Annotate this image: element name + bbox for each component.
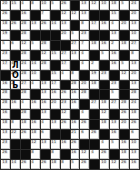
starter-letter: Л bbox=[11, 62, 20, 69]
cell-code-number: 19 bbox=[2, 31, 7, 35]
cell-code-number: 5 bbox=[71, 31, 74, 35]
white-cell-r10c1[interactable]: 16 bbox=[11, 100, 20, 109]
white-cell-r8c3[interactable]: 4 bbox=[31, 81, 40, 90]
cell-code-number: 13 bbox=[31, 21, 36, 25]
white-cell-r4c7[interactable]: 27 bbox=[71, 41, 80, 50]
white-cell-r5c10[interactable]: 5 bbox=[100, 51, 109, 60]
cell-code-number: 16 bbox=[71, 120, 76, 124]
cell-code-number: 28 bbox=[121, 100, 126, 104]
white-cell-r6c8[interactable]: 4 bbox=[80, 61, 89, 70]
cell-code-number: 10 bbox=[31, 71, 36, 75]
black-cell bbox=[120, 51, 129, 60]
white-cell-r6c3[interactable]: 14 bbox=[31, 61, 40, 70]
white-cell-r10c3[interactable]: 16 bbox=[31, 100, 40, 109]
black-cell bbox=[80, 100, 89, 109]
white-cell-r2c10[interactable]: 16 bbox=[100, 21, 109, 30]
black-cell bbox=[51, 31, 60, 40]
white-cell-r12c6[interactable]: 26 bbox=[61, 120, 70, 129]
black-cell bbox=[31, 110, 40, 119]
white-cell-r0c9[interactable]: 12 bbox=[90, 1, 99, 10]
white-cell-r0c5[interactable]: 5 bbox=[51, 1, 60, 10]
white-cell-r2c0[interactable]: 18 bbox=[1, 21, 10, 30]
white-cell-r2c6[interactable]: 13 bbox=[61, 21, 70, 30]
white-cell-r13c3[interactable]: 18 bbox=[31, 130, 40, 139]
cell-code-number: 16 bbox=[111, 61, 116, 65]
black-cell bbox=[61, 150, 70, 159]
cell-code-number: 8 bbox=[61, 160, 64, 164]
cell-code-number: 17 bbox=[61, 61, 66, 65]
cell-code-number: 28 bbox=[71, 81, 76, 85]
white-cell-r2c2[interactable]: 28 bbox=[21, 21, 30, 30]
white-cell-r9c6[interactable]: 26 bbox=[61, 90, 70, 99]
white-cell-r7c7[interactable]: 8 bbox=[71, 71, 80, 80]
cell-code-number: 16 bbox=[71, 150, 76, 154]
white-cell-r16c2[interactable]: 26 bbox=[21, 160, 30, 169]
white-cell-r15c0[interactable]: 26 bbox=[1, 150, 10, 159]
cell-code-number: 5 bbox=[111, 140, 114, 144]
cell-code-number: 16 bbox=[51, 90, 56, 94]
white-cell-r11c13[interactable]: 18 bbox=[130, 110, 139, 119]
cell-code-number: 16 bbox=[21, 11, 26, 15]
white-cell-r15c12[interactable]: 18 bbox=[120, 150, 129, 159]
cell-code-number: 8 bbox=[31, 1, 34, 5]
cell-code-number: 12 bbox=[71, 11, 76, 15]
white-cell-r11c6[interactable]: 12 bbox=[61, 110, 70, 119]
white-cell-r15c5[interactable]: 8 bbox=[51, 150, 60, 159]
white-cell-r13c0[interactable]: 13 bbox=[1, 130, 10, 139]
white-cell-r12c1[interactable]: 8 bbox=[11, 120, 20, 129]
white-cell-r5c2[interactable]: 28 bbox=[21, 51, 30, 60]
white-cell-r14c6[interactable]: 16 bbox=[61, 140, 70, 149]
white-cell-r8c7[interactable]: 28 bbox=[71, 81, 80, 90]
black-cell bbox=[1, 71, 10, 80]
white-cell-r14c3[interactable]: 12 bbox=[31, 140, 40, 149]
white-cell-r2c4[interactable]: 26 bbox=[41, 21, 50, 30]
cell-code-number: 28 bbox=[131, 90, 136, 94]
white-cell-r13c1[interactable]: 22 bbox=[11, 130, 20, 139]
white-cell-r2c11[interactable]: 4 bbox=[110, 21, 119, 30]
white-cell-r10c9[interactable]: 27 bbox=[90, 100, 99, 109]
white-cell-r9c0[interactable]: 28 bbox=[1, 90, 10, 99]
cell-code-number: 28 bbox=[21, 21, 26, 25]
white-cell-r9c7[interactable]: 16 bbox=[71, 90, 80, 99]
cell-code-number: 26 bbox=[21, 160, 26, 164]
white-cell-r11c10[interactable]: 12 bbox=[100, 110, 109, 119]
white-cell-r3c8[interactable]: 23 bbox=[80, 31, 89, 40]
black-cell bbox=[100, 11, 109, 20]
white-cell-r0c2[interactable]: 4 bbox=[21, 1, 30, 10]
white-cell-r6c9[interactable]: 2 bbox=[90, 61, 99, 70]
white-cell-r16c5[interactable]: 18 bbox=[51, 160, 60, 169]
white-cell-r16c0[interactable]: 13 bbox=[1, 160, 10, 169]
white-cell-r16c1[interactable]: 14 bbox=[11, 160, 20, 169]
white-cell-r6c1[interactable]: 4Л bbox=[11, 61, 20, 70]
white-cell-r2c8[interactable]: 8 bbox=[80, 21, 89, 30]
white-cell-r1c7[interactable]: 12 bbox=[71, 11, 80, 20]
white-cell-r1c2[interactable]: 16 bbox=[21, 11, 30, 20]
cell-code-number: 18 bbox=[111, 1, 116, 5]
cell-code-number: 20 bbox=[81, 81, 86, 85]
cell-code-number: 13 bbox=[51, 120, 56, 124]
white-cell-r11c12[interactable]: 26 bbox=[120, 110, 129, 119]
black-cell bbox=[31, 51, 40, 60]
codeword-grid: 2015481052613121018524261671212131520182… bbox=[0, 0, 140, 170]
white-cell-r14c0[interactable]: 23 bbox=[1, 140, 10, 149]
white-cell-r6c4[interactable]: 28 bbox=[41, 61, 50, 70]
white-cell-r8c5[interactable]: 17 bbox=[51, 81, 60, 90]
cell-code-number: 4 bbox=[91, 150, 94, 154]
white-cell-r6c2[interactable]: 24 bbox=[21, 61, 30, 70]
white-cell-r14c5[interactable]: 11 bbox=[51, 140, 60, 149]
cell-code-number: 8 bbox=[51, 150, 54, 154]
cell-code-number: 17 bbox=[51, 81, 56, 85]
white-cell-r10c0[interactable]: 28 bbox=[1, 100, 10, 109]
white-cell-r12c3[interactable]: 16 bbox=[31, 120, 40, 129]
white-cell-r14c7[interactable]: 26 bbox=[71, 140, 80, 149]
white-cell-r2c9[interactable]: 17 bbox=[90, 21, 99, 30]
white-cell-r16c4[interactable]: 26 bbox=[41, 160, 50, 169]
white-cell-r6c6[interactable]: 17 bbox=[61, 61, 70, 70]
black-cell bbox=[31, 11, 40, 20]
cell-code-number: 8 bbox=[71, 71, 74, 75]
black-cell bbox=[51, 130, 60, 139]
cell-code-number: 8 bbox=[81, 21, 84, 25]
white-cell-r3c7[interactable]: 5 bbox=[71, 31, 80, 40]
black-cell bbox=[51, 61, 60, 70]
white-cell-r16c13[interactable]: 16 bbox=[130, 160, 139, 169]
white-cell-r8c9[interactable]: 18 bbox=[90, 81, 99, 90]
cell-code-number: 22 bbox=[11, 130, 16, 134]
cell-code-number: 14 bbox=[51, 21, 56, 25]
white-cell-r6c0[interactable]: 17 bbox=[1, 61, 10, 70]
white-cell-r13c13[interactable]: 6 bbox=[130, 130, 139, 139]
white-cell-r14c12[interactable]: 16 bbox=[120, 140, 129, 149]
cell-code-number: 7 bbox=[41, 11, 44, 15]
black-cell bbox=[11, 51, 20, 60]
white-cell-r10c6[interactable]: 23 bbox=[61, 100, 70, 109]
white-cell-r1c11[interactable]: 15 bbox=[110, 11, 119, 20]
white-cell-r9c8[interactable]: 28 bbox=[80, 90, 89, 99]
cell-code-number: 27 bbox=[111, 100, 116, 104]
white-cell-r1c6[interactable]: 12 bbox=[61, 11, 70, 20]
white-cell-r8c4[interactable]: 13 bbox=[41, 81, 50, 90]
white-cell-r11c2[interactable]: 28 bbox=[21, 110, 30, 119]
white-cell-r7c1[interactable]: 24О bbox=[11, 71, 20, 80]
white-cell-r5c8[interactable]: 4 bbox=[80, 51, 89, 60]
black-cell bbox=[80, 140, 89, 149]
white-cell-r11c4[interactable]: 13 bbox=[41, 110, 50, 119]
cell-code-number: 4 bbox=[61, 71, 64, 75]
cell-code-number: 15 bbox=[111, 11, 116, 15]
cell-code-number: 13 bbox=[2, 160, 7, 164]
cell-code-number: 13 bbox=[2, 130, 7, 134]
white-cell-r12c5[interactable]: 13 bbox=[51, 120, 60, 129]
white-cell-r9c11[interactable]: 5 bbox=[110, 90, 119, 99]
white-cell-r12c4[interactable]: 4 bbox=[41, 120, 50, 129]
cell-code-number: 23 bbox=[101, 71, 106, 75]
white-cell-r7c5[interactable]: 15 bbox=[51, 71, 60, 80]
cell-code-number: 16 bbox=[11, 100, 16, 104]
white-cell-r12c10[interactable]: 18 bbox=[100, 120, 109, 129]
white-cell-r7c2[interactable]: 28 bbox=[21, 71, 30, 80]
white-cell-r1c13[interactable]: 20 bbox=[130, 11, 139, 20]
white-cell-r12c8[interactable]: 26 bbox=[80, 120, 89, 129]
white-cell-r16c6[interactable]: 8 bbox=[61, 160, 70, 169]
cell-code-number: 13 bbox=[131, 61, 136, 65]
cell-code-number: 13 bbox=[71, 51, 76, 55]
white-cell-r7c3[interactable]: 10 bbox=[31, 71, 40, 80]
white-cell-r14c13[interactable]: 10 bbox=[130, 140, 139, 149]
white-cell-r4c1[interactable]: 6 bbox=[11, 41, 20, 50]
cell-code-number: 26 bbox=[41, 21, 46, 25]
white-cell-r10c5[interactable]: 20 bbox=[51, 100, 60, 109]
white-cell-r6c11[interactable]: 16 bbox=[110, 61, 119, 70]
cell-code-number: 23 bbox=[81, 31, 86, 35]
cell-code-number: 26 bbox=[91, 130, 96, 134]
cell-code-number: 16 bbox=[101, 41, 106, 45]
white-cell-r15c8[interactable]: 12 bbox=[80, 150, 89, 159]
white-cell-r12c2[interactable]: 18 bbox=[21, 120, 30, 129]
cell-code-number: 2 bbox=[111, 41, 114, 45]
white-cell-r10c13[interactable]: 24 bbox=[130, 100, 139, 109]
cell-code-number: 16 bbox=[2, 81, 7, 85]
white-cell-r6c12[interactable]: 5 bbox=[120, 61, 129, 70]
cell-code-number: 5 bbox=[2, 41, 5, 45]
white-cell-r8c1[interactable]: 2Ь bbox=[11, 81, 20, 90]
cell-code-number: 16 bbox=[131, 160, 136, 164]
cell-code-number: 26 bbox=[81, 120, 86, 124]
white-cell-r13c2[interactable]: 26 bbox=[21, 130, 30, 139]
black-cell bbox=[41, 31, 50, 40]
white-cell-r15c10[interactable]: 26 bbox=[100, 150, 109, 159]
cell-code-number: 20 bbox=[51, 100, 56, 104]
white-cell-r13c9[interactable]: 26 bbox=[90, 130, 99, 139]
white-cell-r10c10[interactable]: 18 bbox=[100, 100, 109, 109]
white-cell-r7c6[interactable]: 4 bbox=[61, 71, 70, 80]
white-cell-r4c10[interactable]: 16 bbox=[100, 41, 109, 50]
white-cell-r9c2[interactable]: 28 bbox=[21, 90, 30, 99]
black-cell bbox=[110, 71, 119, 80]
white-cell-r5c13[interactable]: 8 bbox=[130, 51, 139, 60]
cell-code-number: 12 bbox=[81, 150, 86, 154]
white-cell-r12c7[interactable]: 16 bbox=[71, 120, 80, 129]
white-cell-r0c11[interactable]: 18 bbox=[110, 1, 119, 10]
cell-code-number: 15 bbox=[51, 51, 56, 55]
black-cell bbox=[100, 31, 109, 40]
white-cell-r4c9[interactable]: 18 bbox=[90, 41, 99, 50]
cell-code-number: 4 bbox=[31, 160, 34, 164]
black-cell bbox=[21, 140, 30, 149]
white-cell-r10c7[interactable]: 16 bbox=[71, 100, 80, 109]
white-cell-r5c11[interactable]: 16 bbox=[110, 51, 119, 60]
white-cell-r10c12[interactable]: 28 bbox=[120, 100, 129, 109]
white-cell-r0c0[interactable]: 20 bbox=[1, 1, 10, 10]
white-cell-r15c7[interactable]: 16 bbox=[71, 150, 80, 159]
cell-code-number: 16 bbox=[61, 140, 66, 144]
white-cell-r8c13[interactable]: 13 bbox=[130, 81, 139, 90]
white-cell-r7c9[interactable]: 19 bbox=[90, 71, 99, 80]
cell-code-number: 5 bbox=[51, 1, 54, 5]
cell-code-number: 8 bbox=[11, 120, 14, 124]
white-cell-r15c13[interactable]: 13 bbox=[130, 150, 139, 159]
white-cell-r4c3[interactable]: 5 bbox=[31, 41, 40, 50]
white-cell-r10c4[interactable]: 16 bbox=[41, 100, 50, 109]
white-cell-r2c5[interactable]: 14 bbox=[51, 21, 60, 30]
white-cell-r5c7[interactable]: 13 bbox=[71, 51, 80, 60]
white-cell-r5c6[interactable]: 27 bbox=[61, 51, 70, 60]
black-cell bbox=[100, 90, 109, 99]
white-cell-r3c13[interactable]: 10 bbox=[130, 31, 139, 40]
white-cell-r4c4[interactable]: 28 bbox=[41, 41, 50, 50]
cell-code-number: 18 bbox=[121, 150, 126, 154]
white-cell-r2c12[interactable]: 20 bbox=[120, 21, 129, 30]
black-cell bbox=[11, 90, 20, 99]
white-cell-r4c11[interactable]: 2 bbox=[110, 41, 119, 50]
cell-code-number: 28 bbox=[21, 90, 26, 94]
white-cell-r16c3[interactable]: 4 bbox=[31, 160, 40, 169]
white-cell-r13c8[interactable]: 6 bbox=[80, 130, 89, 139]
white-cell-r5c4[interactable]: 12 bbox=[41, 51, 50, 60]
white-cell-r4c12[interactable]: 18 bbox=[120, 41, 129, 50]
cell-code-number: 26 bbox=[41, 160, 46, 164]
cell-code-number: 12 bbox=[31, 140, 36, 144]
white-cell-r13c11[interactable]: 16 bbox=[110, 130, 119, 139]
white-cell-r4c2[interactable]: 12 bbox=[21, 41, 30, 50]
white-cell-r15c3[interactable]: 8 bbox=[31, 150, 40, 159]
white-cell-r3c11[interactable]: 13 bbox=[110, 31, 119, 40]
white-cell-r13c7[interactable]: 21 bbox=[71, 130, 80, 139]
white-cell-r8c2[interactable]: 27 bbox=[21, 81, 30, 90]
white-cell-r12c11[interactable]: 13 bbox=[110, 120, 119, 129]
black-cell bbox=[120, 31, 129, 40]
black-cell bbox=[11, 150, 20, 159]
cell-code-number: 18 bbox=[91, 41, 96, 45]
cell-code-number: 13 bbox=[61, 21, 66, 25]
cell-code-number: 10 bbox=[131, 31, 136, 35]
white-cell-r0c13[interactable]: 24 bbox=[130, 1, 139, 10]
white-cell-r1c4[interactable]: 7 bbox=[41, 11, 50, 20]
white-cell-r6c13[interactable]: 13 bbox=[130, 61, 139, 70]
white-cell-r0c6[interactable]: 26 bbox=[61, 1, 70, 10]
cell-code-number: 10 bbox=[101, 1, 106, 5]
white-cell-r16c7[interactable]: 5 bbox=[71, 160, 80, 169]
white-cell-r12c13[interactable]: 26 bbox=[130, 120, 139, 129]
black-cell bbox=[90, 160, 99, 169]
cell-code-number: 28 bbox=[21, 31, 26, 35]
cell-code-number: 28 bbox=[21, 51, 26, 55]
white-cell-r7c12[interactable]: 12 bbox=[120, 71, 129, 80]
white-cell-r3c0[interactable]: 19 bbox=[1, 31, 10, 40]
cell-code-number: 4 bbox=[81, 51, 84, 55]
cell-code-number: 28 bbox=[41, 61, 46, 65]
cell-code-number: 5 bbox=[111, 90, 114, 94]
white-cell-r5c5[interactable]: 15 bbox=[51, 51, 60, 60]
white-cell-r10c11[interactable]: 27 bbox=[110, 100, 119, 109]
cell-code-number: 4 bbox=[41, 120, 44, 124]
white-cell-r12c0[interactable]: 18 bbox=[1, 120, 10, 129]
cell-code-number: 27 bbox=[91, 100, 96, 104]
white-cell-r0c8[interactable]: 13 bbox=[80, 1, 89, 10]
white-cell-r14c10[interactable]: 4 bbox=[100, 140, 109, 149]
cell-code-number: 6 bbox=[81, 130, 84, 134]
white-cell-r15c9[interactable]: 4 bbox=[90, 150, 99, 159]
cell-code-number: 18 bbox=[101, 120, 106, 124]
cell-code-number: 12 bbox=[101, 110, 106, 114]
cell-code-number: 26 bbox=[61, 1, 66, 5]
white-cell-r0c4[interactable]: 10 bbox=[41, 1, 50, 10]
white-cell-r8c8[interactable]: 20 bbox=[80, 81, 89, 90]
white-cell-r8c11[interactable]: 23 bbox=[110, 81, 119, 90]
white-cell-r10c2[interactable]: 4 bbox=[21, 100, 30, 109]
white-cell-r16c12[interactable]: 26 bbox=[120, 160, 129, 169]
cell-code-number: 12 bbox=[41, 51, 46, 55]
cell-code-number: 16 bbox=[31, 120, 36, 124]
white-cell-r12c12[interactable]: 20 bbox=[120, 120, 129, 129]
white-cell-r4c13[interactable]: 27 bbox=[130, 41, 139, 50]
black-cell bbox=[90, 140, 99, 149]
white-cell-r9c13[interactable]: 28 bbox=[130, 90, 139, 99]
black-cell bbox=[100, 61, 109, 70]
white-cell-r1c8[interactable]: 13 bbox=[80, 11, 89, 20]
cell-code-number: 24 bbox=[131, 100, 136, 104]
cell-code-number: 16 bbox=[31, 100, 36, 104]
white-cell-r2c1[interactable]: 26 bbox=[11, 21, 20, 30]
white-cell-r0c3[interactable]: 8 bbox=[31, 1, 40, 10]
black-cell bbox=[90, 11, 99, 20]
white-cell-r0c12[interactable]: 5 bbox=[120, 1, 129, 10]
cell-code-number: 18 bbox=[2, 120, 7, 124]
white-cell-r7c13[interactable]: 20 bbox=[130, 71, 139, 80]
white-cell-r9c4[interactable]: 13 bbox=[41, 90, 50, 99]
white-cell-r9c5[interactable]: 16 bbox=[51, 90, 60, 99]
cell-code-number: 4 bbox=[31, 81, 34, 85]
cell-code-number: 18 bbox=[91, 81, 96, 85]
white-cell-r13c4[interactable]: 6 bbox=[41, 130, 50, 139]
white-cell-r3c2[interactable]: 28 bbox=[21, 31, 30, 40]
white-cell-r14c11[interactable]: 5 bbox=[110, 140, 119, 149]
white-cell-r0c1[interactable]: 15 bbox=[11, 1, 20, 10]
cell-code-number: 28 bbox=[21, 110, 26, 114]
black-cell bbox=[11, 11, 20, 20]
white-cell-r2c13[interactable]: 13 bbox=[130, 21, 139, 30]
black-cell bbox=[11, 110, 20, 119]
cell-code-number: 26 bbox=[21, 130, 26, 134]
white-cell-r11c0[interactable]: 16 bbox=[1, 110, 10, 119]
black-cell bbox=[100, 81, 109, 90]
white-cell-r16c11[interactable]: 12 bbox=[110, 160, 119, 169]
black-cell bbox=[21, 150, 30, 159]
white-cell-r8c0[interactable]: 16 bbox=[1, 81, 10, 90]
white-cell-r7c10[interactable]: 23 bbox=[100, 71, 109, 80]
white-cell-r1c0[interactable]: 26 bbox=[1, 11, 10, 20]
white-cell-r5c0[interactable]: 23 bbox=[1, 51, 10, 60]
cell-code-number: 28 bbox=[2, 100, 7, 104]
cell-code-number: 4 bbox=[81, 110, 84, 114]
white-cell-r2c3[interactable]: 13 bbox=[31, 21, 40, 30]
white-cell-r16c8[interactable]: 26 bbox=[80, 160, 89, 169]
cell-code-number: 18 bbox=[21, 120, 26, 124]
cell-code-number: 13 bbox=[41, 140, 46, 144]
white-cell-r14c4[interactable]: 13 bbox=[41, 140, 50, 149]
white-cell-r0c10[interactable]: 10 bbox=[100, 1, 109, 10]
cell-code-number: 16 bbox=[101, 21, 106, 25]
white-cell-r4c0[interactable]: 5 bbox=[1, 41, 10, 50]
black-cell bbox=[41, 150, 50, 159]
white-cell-r16c10[interactable]: 10 bbox=[100, 160, 109, 169]
white-cell-r3c6[interactable]: 20 bbox=[61, 31, 70, 40]
white-cell-r11c8[interactable]: 4 bbox=[80, 110, 89, 119]
white-cell-r4c8[interactable]: 7 bbox=[80, 41, 89, 50]
